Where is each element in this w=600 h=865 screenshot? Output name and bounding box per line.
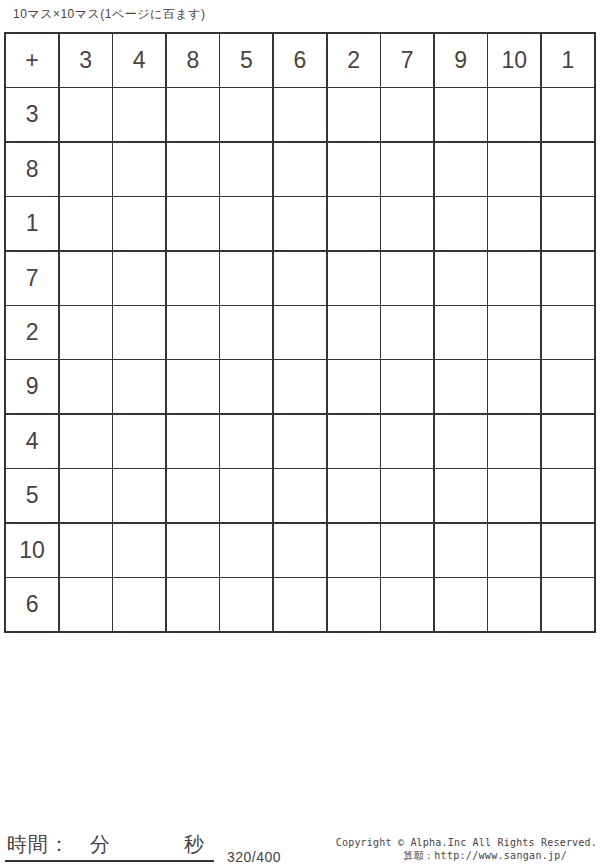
answer-cell[interactable] — [167, 306, 219, 359]
time-entry-line: 時間： 分 秒 — [5, 835, 214, 862]
answer-cell[interactable] — [381, 306, 433, 359]
answer-cell[interactable] — [542, 469, 594, 522]
answer-cell[interactable] — [113, 252, 165, 305]
answer-cell[interactable] — [60, 197, 112, 250]
row-header-cell: 6 — [6, 578, 58, 631]
answer-cell[interactable] — [274, 360, 326, 413]
answer-cell[interactable] — [488, 469, 540, 522]
answer-cell[interactable] — [167, 469, 219, 522]
answer-cell[interactable] — [542, 578, 594, 631]
answer-cell[interactable] — [274, 197, 326, 250]
col-header-cell: 2 — [328, 34, 380, 87]
answer-cell[interactable] — [220, 360, 272, 413]
answer-cell[interactable] — [381, 469, 433, 522]
answer-cell[interactable] — [113, 88, 165, 141]
answer-cell[interactable] — [435, 524, 487, 577]
answer-cell[interactable] — [113, 415, 165, 468]
answer-cell[interactable] — [542, 143, 594, 196]
col-header-cell: 6 — [274, 34, 326, 87]
col-header-cell: 7 — [381, 34, 433, 87]
time-label: 時間： — [5, 831, 70, 858]
col-header-cell: 4 — [113, 34, 165, 87]
answer-cell[interactable] — [435, 415, 487, 468]
col-header-cell: 1 — [542, 34, 594, 87]
answer-cell[interactable] — [328, 143, 380, 196]
answer-cell[interactable] — [488, 197, 540, 250]
answer-cell[interactable] — [488, 415, 540, 468]
answer-cell[interactable] — [488, 143, 540, 196]
answer-cell[interactable] — [381, 360, 433, 413]
answer-cell[interactable] — [113, 306, 165, 359]
answer-cell[interactable] — [488, 252, 540, 305]
answer-cell[interactable] — [60, 415, 112, 468]
answer-cell[interactable] — [113, 143, 165, 196]
col-header-cell: 3 — [60, 34, 112, 87]
col-header-cell: 5 — [220, 34, 272, 87]
answer-cell[interactable] — [113, 360, 165, 413]
answer-cell[interactable] — [328, 578, 380, 631]
answer-cell[interactable] — [220, 252, 272, 305]
answer-cell[interactable] — [274, 88, 326, 141]
seconds-label: 秒 — [184, 831, 204, 858]
answer-cell[interactable] — [488, 88, 540, 141]
answer-cell[interactable] — [542, 524, 594, 577]
col-header-cell: 8 — [167, 34, 219, 87]
answer-cell[interactable] — [274, 578, 326, 631]
answer-cell[interactable] — [328, 524, 380, 577]
answer-cell[interactable] — [60, 469, 112, 522]
answer-cell[interactable] — [60, 88, 112, 141]
answer-cell[interactable] — [488, 306, 540, 359]
answer-cell[interactable] — [381, 197, 433, 250]
answer-cell[interactable] — [488, 578, 540, 631]
answer-cell[interactable] — [220, 197, 272, 250]
page-indicator: 320/400 — [227, 849, 281, 865]
row-header-cell: 9 — [6, 360, 58, 413]
answer-cell[interactable] — [113, 578, 165, 631]
answer-cell[interactable] — [542, 197, 594, 250]
answer-cell[interactable] — [220, 306, 272, 359]
answer-cell[interactable] — [113, 469, 165, 522]
answer-cell[interactable] — [113, 524, 165, 577]
answer-cell[interactable] — [167, 415, 219, 468]
row-header-cell: 10 — [6, 524, 58, 577]
worksheet-title: 10マス×10マス(1ページに百ます) — [13, 6, 205, 23]
answer-cell[interactable] — [435, 197, 487, 250]
answer-cell[interactable] — [274, 252, 326, 305]
answer-cell[interactable] — [381, 143, 433, 196]
answer-cell[interactable] — [328, 197, 380, 250]
answer-cell[interactable] — [167, 197, 219, 250]
answer-cell[interactable] — [220, 143, 272, 196]
copyright-line2: 算願：http://www.sangan.jp/ — [403, 849, 567, 863]
answer-cell[interactable] — [328, 306, 380, 359]
answer-cell[interactable] — [435, 469, 487, 522]
answer-cell[interactable] — [220, 88, 272, 141]
row-header-cell: 7 — [6, 252, 58, 305]
answer-cell[interactable] — [220, 415, 272, 468]
answer-cell[interactable] — [328, 88, 380, 141]
answer-cell[interactable] — [542, 415, 594, 468]
answer-cell[interactable] — [60, 578, 112, 631]
answer-cell[interactable] — [328, 252, 380, 305]
answer-cell[interactable] — [435, 88, 487, 141]
answer-cell[interactable] — [167, 524, 219, 577]
answer-cell[interactable] — [274, 306, 326, 359]
answer-cell[interactable] — [488, 360, 540, 413]
answer-cell[interactable] — [113, 197, 165, 250]
answer-cell[interactable] — [60, 524, 112, 577]
answer-cell[interactable] — [381, 252, 433, 305]
answer-cell[interactable] — [435, 578, 487, 631]
answer-cell[interactable] — [274, 415, 326, 468]
answer-cell[interactable] — [542, 88, 594, 141]
answer-cell[interactable] — [220, 524, 272, 577]
answer-cell[interactable] — [60, 252, 112, 305]
answer-cell[interactable] — [435, 306, 487, 359]
col-header-cell: 9 — [435, 34, 487, 87]
answer-cell[interactable] — [488, 524, 540, 577]
answer-cell[interactable] — [328, 469, 380, 522]
answer-cell[interactable] — [167, 360, 219, 413]
answer-cell[interactable] — [274, 469, 326, 522]
answer-cell[interactable] — [220, 578, 272, 631]
answer-cell[interactable] — [274, 524, 326, 577]
answer-cell[interactable] — [167, 578, 219, 631]
calc-grid: +3485627910138172945106 — [4, 32, 596, 633]
row-header-cell: 3 — [6, 88, 58, 141]
answer-cell[interactable] — [542, 252, 594, 305]
answer-cell[interactable] — [381, 88, 433, 141]
answer-cell[interactable] — [381, 524, 433, 577]
answer-cell[interactable] — [381, 578, 433, 631]
answer-cell[interactable] — [381, 415, 433, 468]
answer-cell[interactable] — [60, 360, 112, 413]
answer-cell[interactable] — [328, 360, 380, 413]
answer-cell[interactable] — [220, 469, 272, 522]
answer-cell[interactable] — [542, 306, 594, 359]
answer-cell[interactable] — [60, 306, 112, 359]
col-header-cell: 10 — [488, 34, 540, 87]
row-header-cell: 5 — [6, 469, 58, 522]
operation-cell: + — [6, 34, 58, 87]
answer-cell[interactable] — [435, 143, 487, 196]
answer-cell[interactable] — [167, 88, 219, 141]
answer-cell[interactable] — [542, 360, 594, 413]
copyright-line1: Copyright © Alpha.Inc All Rights Reserve… — [336, 837, 597, 848]
minutes-label: 分 — [90, 831, 110, 858]
row-header-cell: 8 — [6, 143, 58, 196]
answer-cell[interactable] — [435, 360, 487, 413]
answer-cell[interactable] — [167, 143, 219, 196]
answer-cell[interactable] — [435, 252, 487, 305]
row-header-cell: 1 — [6, 197, 58, 250]
row-header-cell: 4 — [6, 415, 58, 468]
answer-cell[interactable] — [60, 143, 112, 196]
answer-cell[interactable] — [328, 415, 380, 468]
row-header-cell: 2 — [6, 306, 58, 359]
answer-cell[interactable] — [274, 143, 326, 196]
answer-cell[interactable] — [167, 252, 219, 305]
